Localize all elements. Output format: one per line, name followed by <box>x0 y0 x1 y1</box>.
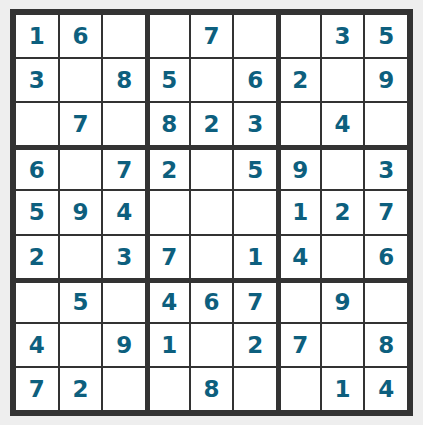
cell-r2c2[interactable] <box>60 59 102 101</box>
cell-r9c7[interactable] <box>278 368 320 410</box>
cell-r3c5[interactable]: 2 <box>191 103 233 145</box>
sudoku-board: 1673538562978234672593594127237146546794… <box>10 9 413 416</box>
cell-r6c2[interactable] <box>60 236 102 278</box>
cell-r3c6[interactable]: 3 <box>234 103 276 145</box>
cell-r2c6[interactable]: 6 <box>234 59 276 101</box>
cell-r3c7[interactable] <box>278 103 320 145</box>
cell-r4c6[interactable]: 5 <box>234 147 276 189</box>
cell-r7c4[interactable]: 4 <box>147 280 189 322</box>
cell-r1c7[interactable] <box>278 15 320 57</box>
cell-r9c6[interactable] <box>234 368 276 410</box>
cell-r6c7[interactable]: 4 <box>278 236 320 278</box>
cell-r2c4[interactable]: 5 <box>147 59 189 101</box>
cell-r9c1[interactable]: 7 <box>16 368 58 410</box>
cell-r4c2[interactable] <box>60 147 102 189</box>
cell-r2c9[interactable]: 9 <box>365 59 407 101</box>
cell-r8c3[interactable]: 9 <box>103 324 145 366</box>
cell-r5c4[interactable] <box>147 191 189 233</box>
cell-r5c5[interactable] <box>191 191 233 233</box>
cell-r8c5[interactable] <box>191 324 233 366</box>
cell-r3c8[interactable]: 4 <box>322 103 364 145</box>
cell-r9c9[interactable]: 4 <box>365 368 407 410</box>
cell-r9c3[interactable] <box>103 368 145 410</box>
cell-r5c9[interactable]: 7 <box>365 191 407 233</box>
cell-r8c7[interactable]: 7 <box>278 324 320 366</box>
cell-r1c6[interactable] <box>234 15 276 57</box>
cell-r7c7[interactable] <box>278 280 320 322</box>
cell-r8c8[interactable] <box>322 324 364 366</box>
cell-r4c5[interactable] <box>191 147 233 189</box>
cell-r9c5[interactable]: 8 <box>191 368 233 410</box>
cell-r8c9[interactable]: 8 <box>365 324 407 366</box>
cell-r2c5[interactable] <box>191 59 233 101</box>
cell-r1c8[interactable]: 3 <box>322 15 364 57</box>
cell-r2c1[interactable]: 3 <box>16 59 58 101</box>
cell-r7c5[interactable]: 6 <box>191 280 233 322</box>
cell-r5c8[interactable]: 2 <box>322 191 364 233</box>
cell-r5c2[interactable]: 9 <box>60 191 102 233</box>
cell-r4c7[interactable]: 9 <box>278 147 320 189</box>
cell-r7c3[interactable] <box>103 280 145 322</box>
cell-r1c5[interactable]: 7 <box>191 15 233 57</box>
cell-r1c3[interactable] <box>103 15 145 57</box>
cell-r1c1[interactable]: 1 <box>16 15 58 57</box>
cell-r7c8[interactable]: 9 <box>322 280 364 322</box>
cell-r3c9[interactable] <box>365 103 407 145</box>
cell-r9c2[interactable]: 2 <box>60 368 102 410</box>
cell-r9c8[interactable]: 1 <box>322 368 364 410</box>
cell-r1c4[interactable] <box>147 15 189 57</box>
cell-r1c2[interactable]: 6 <box>60 15 102 57</box>
cell-r2c8[interactable] <box>322 59 364 101</box>
cell-r4c8[interactable] <box>322 147 364 189</box>
cell-r4c1[interactable]: 6 <box>16 147 58 189</box>
cell-r3c2[interactable]: 7 <box>60 103 102 145</box>
cell-r1c9[interactable]: 5 <box>365 15 407 57</box>
cell-r7c6[interactable]: 7 <box>234 280 276 322</box>
cell-r5c7[interactable]: 1 <box>278 191 320 233</box>
cell-r5c6[interactable] <box>234 191 276 233</box>
cell-r5c3[interactable]: 4 <box>103 191 145 233</box>
cell-r6c8[interactable] <box>322 236 364 278</box>
cell-r8c4[interactable]: 1 <box>147 324 189 366</box>
cell-r6c3[interactable]: 3 <box>103 236 145 278</box>
cell-r8c2[interactable] <box>60 324 102 366</box>
page: 1673538562978234672593594127237146546794… <box>0 0 423 425</box>
cell-r3c4[interactable]: 8 <box>147 103 189 145</box>
cell-r5c1[interactable]: 5 <box>16 191 58 233</box>
cell-r6c5[interactable] <box>191 236 233 278</box>
cell-r2c7[interactable]: 2 <box>278 59 320 101</box>
cell-r3c1[interactable] <box>16 103 58 145</box>
cell-r9c4[interactable] <box>147 368 189 410</box>
cell-r6c4[interactable]: 7 <box>147 236 189 278</box>
cell-r2c3[interactable]: 8 <box>103 59 145 101</box>
cell-r6c9[interactable]: 6 <box>365 236 407 278</box>
cell-r4c3[interactable]: 7 <box>103 147 145 189</box>
cell-r8c6[interactable]: 2 <box>234 324 276 366</box>
cell-r6c6[interactable]: 1 <box>234 236 276 278</box>
cell-r3c3[interactable] <box>103 103 145 145</box>
cell-r7c2[interactable]: 5 <box>60 280 102 322</box>
cell-r7c1[interactable] <box>16 280 58 322</box>
cell-r4c4[interactable]: 2 <box>147 147 189 189</box>
cell-r8c1[interactable]: 4 <box>16 324 58 366</box>
cell-r4c9[interactable]: 3 <box>365 147 407 189</box>
cell-r6c1[interactable]: 2 <box>16 236 58 278</box>
cell-r7c9[interactable] <box>365 280 407 322</box>
